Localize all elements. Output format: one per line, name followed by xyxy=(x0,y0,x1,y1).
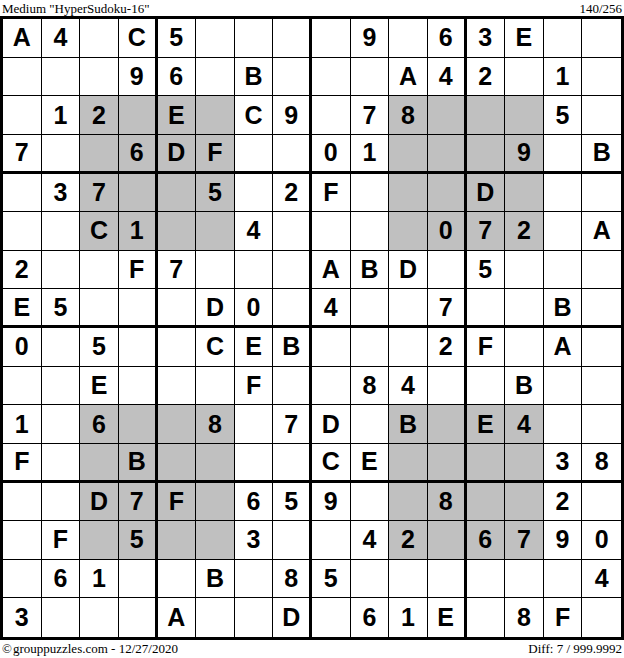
cell-r11c13[interactable]: E xyxy=(467,405,506,444)
cell-r3c5[interactable]: E xyxy=(158,96,197,135)
cell-r4c5[interactable]: D xyxy=(158,135,197,174)
cell-r14c7[interactable]: 3 xyxy=(235,521,274,560)
cell-r15c12[interactable] xyxy=(428,560,467,599)
cell-r6c2[interactable] xyxy=(42,212,81,251)
cell-r3c15[interactable]: 5 xyxy=(544,96,583,135)
cell-r7c5[interactable]: 7 xyxy=(158,251,197,290)
cell-r10c9[interactable] xyxy=(312,367,351,406)
cell-r9c9[interactable] xyxy=(312,328,351,367)
cell-r1c7[interactable] xyxy=(235,19,274,58)
cell-r6c10[interactable] xyxy=(351,212,390,251)
cell-r12c9[interactable]: C xyxy=(312,444,351,483)
cell-r4c12[interactable] xyxy=(428,135,467,174)
cell-r2c12[interactable]: 4 xyxy=(428,58,467,97)
cell-r15c15[interactable] xyxy=(544,560,583,599)
cell-r3c12[interactable] xyxy=(428,96,467,135)
cell-r16c14[interactable]: 8 xyxy=(505,598,544,637)
cell-r10c6[interactable] xyxy=(196,367,235,406)
cell-r2c9[interactable] xyxy=(312,58,351,97)
cell-r10c11[interactable]: 4 xyxy=(389,367,428,406)
cell-r8c9[interactable]: 4 xyxy=(312,289,351,328)
cell-r1c2[interactable]: 4 xyxy=(42,19,81,58)
cell-r15c16[interactable]: 4 xyxy=(582,560,621,599)
cell-r9c4[interactable] xyxy=(119,328,158,367)
cell-r11c16[interactable] xyxy=(582,405,621,444)
cell-r13c4[interactable]: 7 xyxy=(119,483,158,522)
cell-r7c4[interactable]: F xyxy=(119,251,158,290)
cell-r1c15[interactable] xyxy=(544,19,583,58)
cell-r2c6[interactable] xyxy=(196,58,235,97)
cell-r1c11[interactable] xyxy=(389,19,428,58)
cell-r4c16[interactable]: B xyxy=(582,135,621,174)
cell-r7c8[interactable] xyxy=(273,251,312,290)
cell-r8c12[interactable]: 7 xyxy=(428,289,467,328)
cell-r7c3[interactable] xyxy=(80,251,119,290)
cell-r9c1[interactable]: 0 xyxy=(3,328,42,367)
cell-r13c16[interactable] xyxy=(582,483,621,522)
cell-r12c8[interactable] xyxy=(273,444,312,483)
cell-r1c4[interactable]: C xyxy=(119,19,158,58)
cell-r4c11[interactable] xyxy=(389,135,428,174)
cell-r5c14[interactable] xyxy=(505,174,544,213)
footer: ©grouppuzzles.com - 12/27/2020 Diff: 7 /… xyxy=(0,640,624,658)
cell-r8c13[interactable] xyxy=(467,289,506,328)
cell-r13c9[interactable]: 9 xyxy=(312,483,351,522)
cell-r14c2[interactable]: F xyxy=(42,521,81,560)
cell-r8c15[interactable]: B xyxy=(544,289,583,328)
puzzle-page: Medium "HyperSudoku-16" 140/256 A4C5963E… xyxy=(0,0,624,658)
cell-r7c15[interactable] xyxy=(544,251,583,290)
cell-r10c1[interactable] xyxy=(3,367,42,406)
cell-r13c8[interactable]: 5 xyxy=(273,483,312,522)
cell-r16c6[interactable] xyxy=(196,598,235,637)
cell-r3c16[interactable] xyxy=(582,96,621,135)
cell-r3c7[interactable]: C xyxy=(235,96,274,135)
cell-r15c13[interactable] xyxy=(467,560,506,599)
cell-r12c14[interactable] xyxy=(505,444,544,483)
difficulty-label: Diff: 7 / 999.9992 xyxy=(528,641,622,657)
cell-r13c11[interactable] xyxy=(389,483,428,522)
puzzle-title: Medium "HyperSudoku-16" xyxy=(2,2,149,16)
cell-r4c15[interactable] xyxy=(544,135,583,174)
cell-r13c15[interactable]: 2 xyxy=(544,483,583,522)
cell-r1c10[interactable]: 9 xyxy=(351,19,390,58)
cell-r7c12[interactable] xyxy=(428,251,467,290)
site-and-date: grouppuzzles.com - 12/27/2020 xyxy=(13,641,178,657)
cell-r3c1[interactable] xyxy=(3,96,42,135)
cell-r7c1[interactable]: 2 xyxy=(3,251,42,290)
cell-r1c5[interactable]: 5 xyxy=(158,19,197,58)
cell-r11c9[interactable]: D xyxy=(312,405,351,444)
cell-r9c13[interactable]: F xyxy=(467,328,506,367)
cell-r9c15[interactable]: A xyxy=(544,328,583,367)
cell-r10c3[interactable]: E xyxy=(80,367,119,406)
cell-r9c10[interactable] xyxy=(351,328,390,367)
cell-r9c7[interactable]: E xyxy=(235,328,274,367)
cell-r10c8[interactable] xyxy=(273,367,312,406)
cell-r9c3[interactable]: 5 xyxy=(80,328,119,367)
cell-r11c6[interactable]: 8 xyxy=(196,405,235,444)
cell-r15c4[interactable] xyxy=(119,560,158,599)
cell-r10c2[interactable] xyxy=(42,367,81,406)
cell-r9c6[interactable]: C xyxy=(196,328,235,367)
cell-r15c8[interactable]: 8 xyxy=(273,560,312,599)
sudoku-board: A4C5963E96BA42112EC978576DF019B3752FDC14… xyxy=(0,16,624,640)
cell-r10c5[interactable] xyxy=(158,367,197,406)
cell-r16c15[interactable]: F xyxy=(544,598,583,637)
cell-r2c7[interactable]: B xyxy=(235,58,274,97)
cell-r5c7[interactable] xyxy=(235,174,274,213)
cell-r4c8[interactable] xyxy=(273,135,312,174)
cell-r14c6[interactable] xyxy=(196,521,235,560)
cell-r6c4[interactable]: 1 xyxy=(119,212,158,251)
cell-r14c11[interactable]: 2 xyxy=(389,521,428,560)
cell-r1c13[interactable]: 3 xyxy=(467,19,506,58)
cell-r5c5[interactable] xyxy=(158,174,197,213)
cell-r16c10[interactable]: 6 xyxy=(351,598,390,637)
cell-r5c16[interactable] xyxy=(582,174,621,213)
cell-r14c15[interactable]: 9 xyxy=(544,521,583,560)
cell-r13c13[interactable] xyxy=(467,483,506,522)
cell-r8c11[interactable] xyxy=(389,289,428,328)
cell-r2c5[interactable]: 6 xyxy=(158,58,197,97)
cell-r8c3[interactable] xyxy=(80,289,119,328)
cell-r3c2[interactable]: 1 xyxy=(42,96,81,135)
cell-r14c5[interactable] xyxy=(158,521,197,560)
cell-r5c10[interactable] xyxy=(351,174,390,213)
cell-r13c3[interactable]: D xyxy=(80,483,119,522)
cell-r1c14[interactable]: E xyxy=(505,19,544,58)
cell-r11c15[interactable] xyxy=(544,405,583,444)
cell-r1c8[interactable] xyxy=(273,19,312,58)
cell-r16c13[interactable] xyxy=(467,598,506,637)
cell-r14c16[interactable]: 0 xyxy=(582,521,621,560)
cell-r6c9[interactable] xyxy=(312,212,351,251)
cell-r8c5[interactable] xyxy=(158,289,197,328)
cell-r6c1[interactable] xyxy=(3,212,42,251)
cell-r1c3[interactable] xyxy=(80,19,119,58)
cell-r11c8[interactable]: 7 xyxy=(273,405,312,444)
cell-r5c2[interactable]: 3 xyxy=(42,174,81,213)
cell-r3c10[interactable]: 7 xyxy=(351,96,390,135)
cell-r7c14[interactable] xyxy=(505,251,544,290)
cell-r8c16[interactable] xyxy=(582,289,621,328)
cell-r15c1[interactable] xyxy=(3,560,42,599)
cell-r7c11[interactable]: D xyxy=(389,251,428,290)
cell-r5c15[interactable] xyxy=(544,174,583,213)
cell-r10c10[interactable]: 8 xyxy=(351,367,390,406)
cell-r11c2[interactable] xyxy=(42,405,81,444)
cell-r6c5[interactable] xyxy=(158,212,197,251)
cell-r3c9[interactable] xyxy=(312,96,351,135)
cell-r14c12[interactable] xyxy=(428,521,467,560)
cell-r8c8[interactable] xyxy=(273,289,312,328)
footer-left: ©grouppuzzles.com - 12/27/2020 xyxy=(2,641,178,657)
cell-r2c2[interactable] xyxy=(42,58,81,97)
cell-r13c12[interactable]: 8 xyxy=(428,483,467,522)
cell-r2c8[interactable] xyxy=(273,58,312,97)
cell-r15c6[interactable]: B xyxy=(196,560,235,599)
cell-r13c1[interactable] xyxy=(3,483,42,522)
cell-r8c2[interactable]: 5 xyxy=(42,289,81,328)
cell-r14c9[interactable] xyxy=(312,521,351,560)
cell-r4c2[interactable] xyxy=(42,135,81,174)
cell-r5c1[interactable] xyxy=(3,174,42,213)
cell-r4c10[interactable]: 1 xyxy=(351,135,390,174)
cell-r6c13[interactable]: 7 xyxy=(467,212,506,251)
cell-r14c1[interactable] xyxy=(3,521,42,560)
cell-r16c4[interactable] xyxy=(119,598,158,637)
cell-r5c12[interactable] xyxy=(428,174,467,213)
cell-r2c1[interactable] xyxy=(3,58,42,97)
cell-r15c5[interactable] xyxy=(158,560,197,599)
cell-r13c14[interactable] xyxy=(505,483,544,522)
cell-r2c11[interactable]: A xyxy=(389,58,428,97)
cell-r8c1[interactable]: E xyxy=(3,289,42,328)
cell-r13c6[interactable] xyxy=(196,483,235,522)
cell-r13c2[interactable] xyxy=(42,483,81,522)
cell-r3c6[interactable] xyxy=(196,96,235,135)
cell-r12c1[interactable]: F xyxy=(3,444,42,483)
cell-r6c6[interactable] xyxy=(196,212,235,251)
cell-r10c12[interactable] xyxy=(428,367,467,406)
cell-r7c9[interactable]: A xyxy=(312,251,351,290)
cell-r5c9[interactable]: F xyxy=(312,174,351,213)
cell-r14c4[interactable]: 5 xyxy=(119,521,158,560)
copyright-icon: © xyxy=(2,641,12,657)
cell-r15c14[interactable] xyxy=(505,560,544,599)
cell-r12c3[interactable] xyxy=(80,444,119,483)
cell-r4c7[interactable] xyxy=(235,135,274,174)
cell-r14c13[interactable]: 6 xyxy=(467,521,506,560)
cell-r7c10[interactable]: B xyxy=(351,251,390,290)
cell-r16c12[interactable]: E xyxy=(428,598,467,637)
cell-r9c11[interactable] xyxy=(389,328,428,367)
cell-r1c1[interactable]: A xyxy=(3,19,42,58)
cell-r12c13[interactable] xyxy=(467,444,506,483)
cell-r14c14[interactable]: 7 xyxy=(505,521,544,560)
cell-r10c15[interactable] xyxy=(544,367,583,406)
cell-r16c16[interactable] xyxy=(582,598,621,637)
cell-r11c10[interactable] xyxy=(351,405,390,444)
cell-r2c14[interactable] xyxy=(505,58,544,97)
cell-r10c13[interactable] xyxy=(467,367,506,406)
cell-r2c15[interactable]: 1 xyxy=(544,58,583,97)
cell-r12c15[interactable]: 3 xyxy=(544,444,583,483)
cell-r8c14[interactable] xyxy=(505,289,544,328)
cell-r4c4[interactable]: 6 xyxy=(119,135,158,174)
cell-r15c7[interactable] xyxy=(235,560,274,599)
cell-r12c5[interactable] xyxy=(158,444,197,483)
cell-r6c7[interactable]: 4 xyxy=(235,212,274,251)
cell-r3c13[interactable] xyxy=(467,96,506,135)
cell-r14c3[interactable] xyxy=(80,521,119,560)
cell-r13c10[interactable] xyxy=(351,483,390,522)
cell-r4c9[interactable]: 0 xyxy=(312,135,351,174)
cell-r16c1[interactable]: 3 xyxy=(3,598,42,637)
cell-r10c14[interactable]: B xyxy=(505,367,544,406)
cell-r16c9[interactable] xyxy=(312,598,351,637)
cell-r9c14[interactable] xyxy=(505,328,544,367)
cell-r11c1[interactable]: 1 xyxy=(3,405,42,444)
cell-r8c10[interactable] xyxy=(351,289,390,328)
cell-r11c5[interactable] xyxy=(158,405,197,444)
cell-r15c9[interactable]: 5 xyxy=(312,560,351,599)
cell-r6c14[interactable]: 2 xyxy=(505,212,544,251)
cell-r7c6[interactable] xyxy=(196,251,235,290)
cell-r4c6[interactable]: F xyxy=(196,135,235,174)
cell-r12c4[interactable]: B xyxy=(119,444,158,483)
cell-r4c14[interactable]: 9 xyxy=(505,135,544,174)
cell-r13c5[interactable]: F xyxy=(158,483,197,522)
cell-r15c3[interactable]: 1 xyxy=(80,560,119,599)
cell-r5c4[interactable] xyxy=(119,174,158,213)
cell-r7c7[interactable] xyxy=(235,251,274,290)
cell-r6c3[interactable]: C xyxy=(80,212,119,251)
cell-r5c13[interactable]: D xyxy=(467,174,506,213)
cell-r11c14[interactable]: 4 xyxy=(505,405,544,444)
cell-r11c4[interactable] xyxy=(119,405,158,444)
cell-r3c8[interactable]: 9 xyxy=(273,96,312,135)
cell-r15c2[interactable]: 6 xyxy=(42,560,81,599)
cell-r3c14[interactable] xyxy=(505,96,544,135)
cell-r16c7[interactable] xyxy=(235,598,274,637)
cell-r8c7[interactable]: 0 xyxy=(235,289,274,328)
cell-r16c11[interactable]: 1 xyxy=(389,598,428,637)
cell-r5c6[interactable]: 5 xyxy=(196,174,235,213)
cell-r2c16[interactable] xyxy=(582,58,621,97)
cell-r2c3[interactable] xyxy=(80,58,119,97)
cell-r12c10[interactable]: E xyxy=(351,444,390,483)
cell-r12c11[interactable] xyxy=(389,444,428,483)
cell-r3c4[interactable] xyxy=(119,96,158,135)
cell-r16c5[interactable]: A xyxy=(158,598,197,637)
cell-r6c8[interactable] xyxy=(273,212,312,251)
cell-r9c12[interactable]: 2 xyxy=(428,328,467,367)
cell-r10c7[interactable]: F xyxy=(235,367,274,406)
cell-r14c10[interactable]: 4 xyxy=(351,521,390,560)
cell-r5c11[interactable] xyxy=(389,174,428,213)
cell-r4c3[interactable] xyxy=(80,135,119,174)
cell-r3c3[interactable]: 2 xyxy=(80,96,119,135)
cell-r11c12[interactable] xyxy=(428,405,467,444)
cell-r12c16[interactable]: 8 xyxy=(582,444,621,483)
cell-r2c13[interactable]: 2 xyxy=(467,58,506,97)
cell-r10c16[interactable] xyxy=(582,367,621,406)
cell-r14c8[interactable] xyxy=(273,521,312,560)
puzzle-counter: 140/256 xyxy=(579,2,622,16)
cell-r16c3[interactable] xyxy=(80,598,119,637)
cell-r16c2[interactable] xyxy=(42,598,81,637)
cell-r1c16[interactable] xyxy=(582,19,621,58)
cell-r6c15[interactable] xyxy=(544,212,583,251)
cell-r1c9[interactable] xyxy=(312,19,351,58)
cell-r9c2[interactable] xyxy=(42,328,81,367)
cell-r7c16[interactable] xyxy=(582,251,621,290)
cell-r12c6[interactable] xyxy=(196,444,235,483)
cell-r15c10[interactable] xyxy=(351,560,390,599)
cell-r4c1[interactable]: 7 xyxy=(3,135,42,174)
cell-r11c3[interactable]: 6 xyxy=(80,405,119,444)
cell-r5c8[interactable]: 2 xyxy=(273,174,312,213)
cell-r11c7[interactable] xyxy=(235,405,274,444)
cell-r12c2[interactable] xyxy=(42,444,81,483)
cell-r12c7[interactable] xyxy=(235,444,274,483)
cell-r12c12[interactable] xyxy=(428,444,467,483)
cell-r13c7[interactable]: 6 xyxy=(235,483,274,522)
cell-r11c11[interactable]: B xyxy=(389,405,428,444)
cell-r1c6[interactable] xyxy=(196,19,235,58)
header: Medium "HyperSudoku-16" 140/256 xyxy=(0,0,624,16)
cell-r9c16[interactable] xyxy=(582,328,621,367)
cell-r2c4[interactable]: 9 xyxy=(119,58,158,97)
cell-r10c4[interactable] xyxy=(119,367,158,406)
cell-r6c12[interactable]: 0 xyxy=(428,212,467,251)
cell-r9c5[interactable] xyxy=(158,328,197,367)
cell-r4c13[interactable] xyxy=(467,135,506,174)
cell-r8c6[interactable]: D xyxy=(196,289,235,328)
cell-r15c11[interactable] xyxy=(389,560,428,599)
cell-r3c11[interactable]: 8 xyxy=(389,96,428,135)
cell-r2c10[interactable] xyxy=(351,58,390,97)
cell-r16c8[interactable]: D xyxy=(273,598,312,637)
cell-r7c13[interactable]: 5 xyxy=(467,251,506,290)
cell-r6c11[interactable] xyxy=(389,212,428,251)
cell-r9c8[interactable]: B xyxy=(273,328,312,367)
cell-r1c12[interactable]: 6 xyxy=(428,19,467,58)
cell-r6c16[interactable]: A xyxy=(582,212,621,251)
cell-r5c3[interactable]: 7 xyxy=(80,174,119,213)
cell-r7c2[interactable] xyxy=(42,251,81,290)
cell-r8c4[interactable] xyxy=(119,289,158,328)
